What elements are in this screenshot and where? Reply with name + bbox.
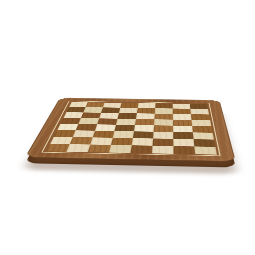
board-square	[152, 146, 173, 154]
board-square	[109, 145, 131, 153]
photo-background	[0, 0, 255, 255]
board-square	[88, 144, 111, 152]
board-square	[173, 146, 195, 154]
board-grid	[46, 102, 216, 154]
chess-board	[25, 98, 236, 162]
board-square	[131, 145, 153, 153]
board-square	[194, 146, 216, 154]
inlay-border-line	[41, 101, 220, 156]
board-square	[67, 144, 91, 152]
